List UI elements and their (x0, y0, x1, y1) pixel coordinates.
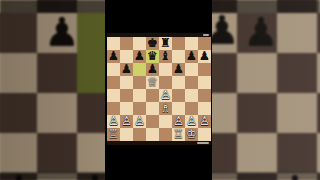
square-g6[interactable] (185, 63, 198, 76)
square-c4[interactable] (133, 89, 146, 102)
square-f5[interactable] (172, 76, 185, 89)
piece-black-pawn-b6[interactable]: ♟ (120, 63, 133, 76)
square-a6[interactable] (107, 63, 120, 76)
square-f8[interactable] (172, 37, 185, 50)
piece-white-rook-f1[interactable]: ♖ (172, 128, 185, 141)
square-f1[interactable]: ♖ (172, 128, 185, 141)
square-c1[interactable] (133, 128, 146, 141)
square-h7[interactable]: ♟ (198, 50, 211, 63)
square-d5[interactable]: ♕ (146, 76, 159, 89)
chess-board[interactable]: ♚♜♟♟♛♝♟♟♟♟♟♕♙♗♙♙♙♙♙♙♖♖♔ (107, 37, 211, 141)
square-e3[interactable]: ♗ (159, 102, 172, 115)
piece-white-queen-d5[interactable]: ♕ (146, 76, 159, 89)
piece-black-pawn-h7[interactable]: ♟ (198, 50, 211, 63)
video-frame: ♟♟♟♟♟♟ ♚♜♟♟♛♝♟♟♟♟♟♕♙♗♙♙♙♙♙♙♖♖♔ (0, 0, 320, 180)
piece-black-pawn-a7[interactable]: ♟ (107, 50, 120, 63)
square-e1[interactable] (159, 128, 172, 141)
square-c2[interactable]: ♙ (133, 115, 146, 128)
square-b5[interactable] (120, 76, 133, 89)
square-c6[interactable] (133, 63, 146, 76)
square-g7[interactable]: ♟ (185, 50, 198, 63)
square-b8[interactable] (120, 37, 133, 50)
square-c5[interactable] (133, 76, 146, 89)
square-a5[interactable] (107, 76, 120, 89)
piece-white-bishop-e3[interactable]: ♗ (159, 102, 172, 115)
piece-white-king-g1[interactable]: ♔ (185, 128, 198, 141)
square-g1[interactable]: ♔ (185, 128, 198, 141)
square-h6[interactable] (198, 63, 211, 76)
square-h2[interactable]: ♙ (198, 115, 211, 128)
square-a1[interactable]: ♖ (107, 128, 120, 141)
piece-white-rook-a1[interactable]: ♖ (107, 128, 120, 141)
square-d1[interactable] (146, 128, 159, 141)
square-g5[interactable] (185, 76, 198, 89)
piece-white-pawn-b2[interactable]: ♙ (120, 115, 133, 128)
square-f6[interactable]: ♟ (172, 63, 185, 76)
square-e7[interactable]: ♝ (159, 50, 172, 63)
piece-white-pawn-c2[interactable]: ♙ (133, 115, 146, 128)
square-d2[interactable] (146, 115, 159, 128)
square-d3[interactable] (146, 102, 159, 115)
piece-white-pawn-h2[interactable]: ♙ (198, 115, 211, 128)
square-b1[interactable] (120, 128, 133, 141)
piece-black-pawn-c7[interactable]: ♟ (133, 50, 146, 63)
square-b4[interactable] (120, 89, 133, 102)
piece-black-pawn-f6[interactable]: ♟ (172, 63, 185, 76)
board-panel: ♚♜♟♟♛♝♟♟♟♟♟♕♙♗♙♙♙♙♙♙♖♖♔ (107, 33, 211, 145)
square-h4[interactable] (198, 89, 211, 102)
square-e6[interactable] (159, 63, 172, 76)
square-c7[interactable]: ♟ (133, 50, 146, 63)
square-b6[interactable]: ♟ (120, 63, 133, 76)
square-a7[interactable]: ♟ (107, 50, 120, 63)
square-h5[interactable] (198, 76, 211, 89)
square-e2[interactable] (159, 115, 172, 128)
board-bottom-bar (107, 141, 211, 145)
watermark-top-right (203, 34, 209, 36)
square-b2[interactable]: ♙ (120, 115, 133, 128)
watermark-bottom-right (197, 142, 209, 144)
square-h1[interactable] (198, 128, 211, 141)
piece-black-pawn-g7[interactable]: ♟ (185, 50, 198, 63)
square-d4[interactable] (146, 89, 159, 102)
square-f4[interactable] (172, 89, 185, 102)
square-a4[interactable] (107, 89, 120, 102)
piece-black-bishop-e7[interactable]: ♝ (159, 50, 172, 63)
square-g4[interactable] (185, 89, 198, 102)
